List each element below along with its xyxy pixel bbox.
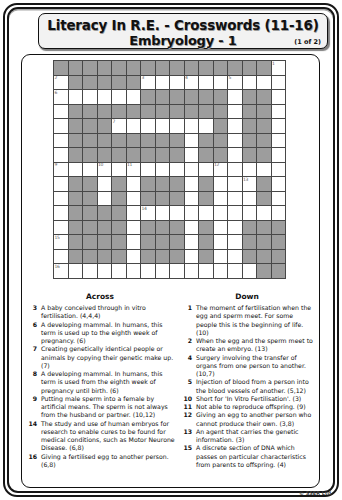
grid-cell-open — [127, 250, 141, 264]
grid-cell-block — [127, 76, 141, 90]
grid-cell-open — [112, 264, 126, 278]
grid-cell-open — [170, 163, 184, 177]
grid-cell-block — [199, 105, 213, 119]
grid-cell-open — [228, 192, 242, 206]
grid-cell-block — [170, 177, 184, 191]
grid-cell-block — [257, 148, 271, 162]
grid-cell-block — [69, 250, 83, 264]
grid-cell-open — [228, 105, 242, 119]
grid-cell-block — [185, 90, 199, 104]
grid-cell-open — [98, 192, 112, 206]
grid-cell-open — [199, 264, 213, 278]
grid-cell-block — [69, 192, 83, 206]
grid-cell-block — [156, 90, 170, 104]
grid-cell-open: 4 — [185, 76, 199, 90]
grid-cell-open — [272, 105, 286, 119]
grid-cell-block — [141, 192, 155, 206]
grid-cell-open — [170, 76, 184, 90]
grid-cell-block — [83, 61, 97, 75]
grid-cell-open — [228, 90, 242, 104]
clue-item-text: Giving an egg to another person who cann… — [196, 411, 314, 428]
down-clues-column: Down 1The moment of fertilisation when t… — [180, 292, 314, 469]
grid-cell-block — [54, 61, 68, 75]
grid-cell-open — [141, 119, 155, 133]
grid-cell-open — [199, 76, 213, 90]
clue-item-number: 12 — [180, 411, 196, 428]
grid-cell-block — [257, 177, 271, 191]
clues-section: Across 3A baby conceived through in vitr… — [22, 292, 319, 469]
grid-cell-open — [83, 163, 97, 177]
grid-cell-block — [112, 105, 126, 119]
clue-number: 10 — [98, 162, 103, 167]
grid-cell-block — [199, 148, 213, 162]
grid-cell-block — [83, 235, 97, 249]
grid-cell-open — [54, 134, 68, 148]
clue-item-number: 14 — [25, 420, 41, 453]
grid-cell-open — [156, 206, 170, 220]
clue-item-number: 13 — [180, 428, 196, 445]
clue-item-number: 4 — [180, 354, 196, 379]
grid-cell-open — [214, 177, 228, 191]
grid-cell-block — [156, 177, 170, 191]
grid-cell-open: 5 — [228, 76, 242, 90]
clue-item: 15A discrete section of DNA which passes… — [180, 444, 314, 469]
grid-cell-open: 9 — [54, 163, 68, 177]
clue-item-text: Not able to reproduce offspring. (9) — [196, 403, 314, 411]
grid-cell-open — [185, 192, 199, 206]
grid-cell-open — [228, 250, 242, 264]
grid-cell-block — [112, 134, 126, 148]
grid-cell-block — [185, 105, 199, 119]
grid-cell-block — [214, 61, 228, 75]
clue-number: 13 — [243, 177, 248, 182]
grid-cell-block — [112, 148, 126, 162]
grid-cell-block — [98, 235, 112, 249]
clue-item-text: When the egg and the sperm meet to creat… — [196, 337, 314, 354]
clue-item: 11Not able to reproduce offspring. (9) — [180, 403, 314, 411]
grid-cell-open — [127, 90, 141, 104]
grid-cell-block — [83, 177, 97, 191]
grid-cell-open — [243, 192, 257, 206]
worksheet-subtitle: Embryology - 1 — [39, 33, 327, 48]
grid-cell-block — [243, 61, 257, 75]
grid-cell-block — [83, 206, 97, 220]
grid-cell-open — [228, 119, 242, 133]
grid-cell-block — [243, 90, 257, 104]
grid-cell-open — [214, 221, 228, 235]
clue-number: 2 — [55, 75, 58, 80]
grid-cell-open — [214, 235, 228, 249]
grid-cell-open — [54, 221, 68, 235]
grid-cell-block — [214, 105, 228, 119]
grid-cell-block — [199, 192, 213, 206]
grid-cell-block — [83, 134, 97, 148]
grid-cell-open — [228, 235, 242, 249]
grid-cell-open — [243, 206, 257, 220]
grid-cell-block — [214, 148, 228, 162]
grid-cell-block — [272, 264, 286, 278]
clue-item-number: 9 — [25, 395, 41, 420]
clue-item-text: A developing mammal. In humans, this ter… — [41, 321, 175, 346]
crossword-grid: 1234567910111213141516 — [53, 60, 286, 279]
grid-cell-open — [112, 163, 126, 177]
clue-item-text: Surgery involving the transfer of organs… — [196, 354, 314, 379]
grid-cell-open — [170, 206, 184, 220]
grid-cell-block — [156, 192, 170, 206]
grid-cell-block — [257, 235, 271, 249]
grid-cell-block — [199, 250, 213, 264]
grid-cell-block — [83, 250, 97, 264]
grid-cell-open — [272, 119, 286, 133]
clue-item: 12Giving an egg to another person who ca… — [180, 411, 314, 428]
grid-cell-open: 14 — [141, 206, 155, 220]
grid-cell-open — [199, 206, 213, 220]
grid-cell-open — [228, 148, 242, 162]
grid-cell-open — [141, 264, 155, 278]
clue-number: 15 — [55, 235, 60, 240]
grid-cell-block — [83, 76, 97, 90]
clue-item-number: 5 — [180, 378, 196, 395]
grid-cell-open — [170, 264, 184, 278]
across-list: 3A baby conceived through in vitro ferti… — [25, 304, 175, 469]
grid-cell-open — [214, 206, 228, 220]
grid-cell-block — [141, 148, 155, 162]
down-header: Down — [180, 292, 314, 301]
grid-cell-block — [141, 221, 155, 235]
clue-number: 11 — [127, 162, 132, 167]
clue-item: 10Short for 'In Vitro Fertilisation'. (3… — [180, 395, 314, 403]
grid-cell-open — [228, 134, 242, 148]
clue-item-text: A baby conceived through in vitro fertil… — [41, 304, 175, 321]
grid-cell-block — [141, 105, 155, 119]
grid-cell-open — [228, 264, 242, 278]
grid-cell-block — [228, 61, 242, 75]
grid-cell-open — [127, 221, 141, 235]
grid-cell-block — [112, 206, 126, 220]
grid-cell-block — [185, 61, 199, 75]
grid-cell-open — [185, 264, 199, 278]
grid-cell-block — [112, 250, 126, 264]
grid-cell-open — [228, 206, 242, 220]
grid-cell-open: 6 — [54, 90, 68, 104]
grid-cell-open — [214, 76, 228, 90]
worksheet-title: Literacy In R.E. - Crosswords (11-16) — [39, 17, 327, 33]
grid-cell-block — [127, 134, 141, 148]
grid-cell-open — [98, 264, 112, 278]
grid-cell-block — [272, 221, 286, 235]
grid-cell-block — [257, 119, 271, 133]
grid-cell-open — [185, 250, 199, 264]
clue-item-text: An agent that carries the genetic inform… — [196, 428, 314, 445]
grid-cell-open — [112, 90, 126, 104]
grid-cell-open: 10 — [98, 163, 112, 177]
grid-cell-block — [98, 134, 112, 148]
clue-item: 1The moment of fertilisation when the eg… — [180, 304, 314, 337]
grid-cell-block — [199, 235, 213, 249]
clue-item-text: Creating genetically identical people or… — [41, 345, 175, 370]
grid-cell-block — [199, 221, 213, 235]
grid-cell-block — [156, 250, 170, 264]
clue-item-text: Short for 'In Vitro Fertilisation'. (3) — [196, 395, 314, 403]
grid-cell-open — [98, 177, 112, 191]
grid-cell-block — [156, 148, 170, 162]
grid-cell-open — [185, 235, 199, 249]
grid-cell-block — [112, 177, 126, 191]
grid-cell-open: 1 — [272, 61, 286, 75]
grid-cell-block — [127, 105, 141, 119]
grid-cell-block — [257, 90, 271, 104]
grid-cell-block — [156, 105, 170, 119]
clue-number: 3 — [142, 75, 145, 80]
grid-cell-block — [156, 134, 170, 148]
grid-cell-block — [170, 221, 184, 235]
grid-cell-block — [156, 221, 170, 235]
grid-cell-open — [257, 206, 271, 220]
grid-cell-open — [83, 264, 97, 278]
grid-cell-block — [83, 148, 97, 162]
grid-cell-block — [112, 192, 126, 206]
grid-cell-block — [170, 134, 184, 148]
grid-cell-open — [214, 192, 228, 206]
clue-item-text: Giving a fertilised egg to another perso… — [41, 453, 175, 470]
grid-cell-block — [141, 177, 155, 191]
clue-item: 2When the egg and the sperm meet to crea… — [180, 337, 314, 354]
grid-cell-block — [83, 221, 97, 235]
grid-cell-open — [83, 90, 97, 104]
grid-cell-block — [257, 134, 271, 148]
clue-item: 5Injection of blood from a person into t… — [180, 378, 314, 395]
grid-cell-open — [272, 90, 286, 104]
grid-cell-block — [112, 235, 126, 249]
clue-item-number: 3 — [25, 304, 41, 321]
clue-number: 5 — [229, 75, 232, 80]
grid-cell-block — [272, 250, 286, 264]
grid-cell-block — [214, 119, 228, 133]
grid-cell-open — [69, 90, 83, 104]
down-list: 1The moment of fertilisation when the eg… — [180, 304, 314, 469]
clue-item: 4Surgery involving the transfer of organ… — [180, 354, 314, 379]
grid-cell-open — [69, 264, 83, 278]
grid-cell-open — [54, 177, 68, 191]
clue-item-text: A developing mammal. In humans, this ter… — [41, 370, 175, 395]
grid-cell-open — [199, 119, 213, 133]
grid-cell-open — [185, 119, 199, 133]
grid-cell-open — [272, 76, 286, 90]
clue-item-number: 11 — [180, 403, 196, 411]
grid-cell-open — [185, 221, 199, 235]
grid-cell-block — [98, 105, 112, 119]
grid-cell-block — [243, 235, 257, 249]
across-header: Across — [25, 292, 175, 301]
grid-cell-open — [257, 76, 271, 90]
clue-item-text: Putting male sperm into a female by arti… — [41, 395, 175, 420]
grid-cell-block — [141, 61, 155, 75]
grid-cell-open: 2 — [54, 76, 68, 90]
clue-number: 16 — [55, 264, 60, 269]
grid-cell-open — [185, 177, 199, 191]
grid-cell-block — [199, 61, 213, 75]
clue-item: 16Giving a fertilised egg to another per… — [25, 453, 175, 470]
grid-cell-block — [199, 134, 213, 148]
grid-cell-open — [272, 206, 286, 220]
grid-cell-open — [257, 163, 271, 177]
grid-cell-block — [156, 61, 170, 75]
grid-cell-block — [141, 235, 155, 249]
grid-cell-open — [54, 105, 68, 119]
grid-cell-open — [54, 206, 68, 220]
grid-cell-block — [170, 148, 184, 162]
clue-item-number: 7 — [25, 345, 41, 370]
grid-cell-open — [127, 192, 141, 206]
clue-item-number: 15 — [180, 444, 196, 469]
grid-cell-block — [98, 61, 112, 75]
clue-item-number: 1 — [180, 304, 196, 337]
clue-item: 13An agent that carries the genetic info… — [180, 428, 314, 445]
grid-cell-block — [98, 250, 112, 264]
grid-cell-block — [69, 61, 83, 75]
grid-cell-block — [127, 61, 141, 75]
clue-item: 9Putting male sperm into a female by art… — [25, 395, 175, 420]
grid-cell-block — [127, 148, 141, 162]
grid-cell-open — [127, 206, 141, 220]
clue-number: 6 — [55, 90, 58, 95]
grid-cell-block — [69, 76, 83, 90]
grid-cell-block — [112, 61, 126, 75]
grid-cell-open: 3 — [141, 76, 155, 90]
grid-cell-open — [141, 163, 155, 177]
grid-cell-block — [69, 105, 83, 119]
grid-cell-open — [272, 134, 286, 148]
grid-cell-open — [228, 177, 242, 191]
grid-cell-block — [98, 119, 112, 133]
clue-item: 3A baby conceived through in vitro ferti… — [25, 304, 175, 321]
grid-cell-open — [214, 250, 228, 264]
clue-item-text: A discrete section of DNA which passes o… — [196, 444, 314, 469]
grid-cell-open — [98, 90, 112, 104]
grid-cell-open — [243, 264, 257, 278]
grid-cell-open — [185, 206, 199, 220]
grid-cell-open — [127, 264, 141, 278]
grid-cell-block — [199, 177, 213, 191]
grid-cell-open — [272, 163, 286, 177]
clue-item-number: 2 — [180, 337, 196, 354]
grid-cell-open — [156, 119, 170, 133]
grid-cell-block — [243, 148, 257, 162]
grid-cell-open — [69, 163, 83, 177]
grid-cell-block — [243, 119, 257, 133]
grid-cell-block — [257, 192, 271, 206]
grid-cell-block — [170, 192, 184, 206]
grid-cell-open — [185, 148, 199, 162]
grid-cell-block — [141, 134, 155, 148]
grid-cell-open — [127, 235, 141, 249]
grid-cell-block — [69, 119, 83, 133]
clue-number: 1 — [272, 61, 275, 66]
grid-cell-open — [156, 264, 170, 278]
grid-cell-block — [170, 250, 184, 264]
grid-cell-open — [127, 177, 141, 191]
grid-cell-block — [112, 76, 126, 90]
clue-number: 4 — [185, 75, 188, 80]
clue-item-number: 8 — [25, 370, 41, 395]
grid-cell-open — [228, 221, 242, 235]
grid-cell-open — [243, 163, 257, 177]
title-box: Literacy In R.E. - Crosswords (11-16) Em… — [38, 13, 328, 49]
clue-item-text: Injection of blood from a person into th… — [196, 378, 314, 395]
grid-cell-block — [98, 206, 112, 220]
grid-cell-open — [185, 163, 199, 177]
grid-cell-block — [243, 250, 257, 264]
grid-cell-block — [243, 105, 257, 119]
clue-item-number: 10 — [180, 395, 196, 403]
grid-cell-open — [54, 119, 68, 133]
grid-cell-block — [257, 61, 271, 75]
clue-item: 8A developing mammal. In humans, this te… — [25, 370, 175, 395]
grid-cell-block — [257, 250, 271, 264]
grid-cell-block — [69, 235, 83, 249]
grid-cell-open: 12 — [214, 163, 228, 177]
grid-cell-open — [170, 119, 184, 133]
grid-cell-open: 7 — [112, 119, 126, 133]
grid-cell-block — [199, 90, 213, 104]
clue-item-number: 6 — [25, 321, 41, 346]
grid-cell-block — [141, 90, 155, 104]
page-counter: (1 of 2) — [294, 38, 321, 46]
grid-cell-open — [272, 192, 286, 206]
grid-cell-open — [127, 119, 141, 133]
grid-cell-open: 11 — [127, 163, 141, 177]
clue-item: 7Creating genetically identical people o… — [25, 345, 175, 370]
grid-cell-block — [98, 221, 112, 235]
grid-cell-open — [54, 148, 68, 162]
grid-cell-block — [214, 90, 228, 104]
across-clues-column: Across 3A baby conceived through in vitr… — [25, 292, 175, 469]
grid-cell-open — [156, 163, 170, 177]
grid-cell-block — [170, 105, 184, 119]
grid-cell-open — [228, 163, 242, 177]
grid-cell-open: 15 — [54, 235, 68, 249]
grid-cell-open — [54, 250, 68, 264]
grid-cell-open — [243, 76, 257, 90]
grid-cell-open: 16 — [54, 264, 68, 278]
clue-item-text: The moment of fertilisation when the egg… — [196, 304, 314, 337]
clue-item: 14The study and use of human embryos for… — [25, 420, 175, 453]
clue-item-number: 16 — [25, 453, 41, 470]
grid-cell-block — [69, 206, 83, 220]
grid-cell-open — [214, 264, 228, 278]
clue-number: 12 — [214, 162, 219, 167]
clue-number: 9 — [55, 162, 58, 167]
grid-cell-open — [156, 76, 170, 90]
grid-cell-block — [170, 61, 184, 75]
grid-cell-open — [272, 148, 286, 162]
grid-cell-open — [185, 134, 199, 148]
grid-cell-block — [83, 192, 97, 206]
grid-cell-block — [170, 90, 184, 104]
grid-cell-open — [199, 163, 213, 177]
grid-cell-block — [69, 148, 83, 162]
grid-cell-open: 13 — [243, 177, 257, 191]
clue-item: 6A developing mammal. In humans, this te… — [25, 321, 175, 346]
grid-cell-block — [98, 148, 112, 162]
grid-cell-block — [112, 221, 126, 235]
grid-cell-block — [170, 235, 184, 249]
grid-cell-block — [272, 235, 286, 249]
clue-number: 14 — [142, 206, 147, 211]
grid-cell-open — [54, 192, 68, 206]
puzzle-panel: 1234567910111213141516 Across 3A baby co… — [21, 54, 320, 488]
grid-cell-open — [272, 177, 286, 191]
